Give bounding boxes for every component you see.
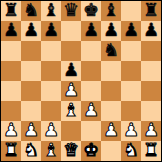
square-a7[interactable]: ♟ [1,21,21,41]
square-b1[interactable]: ♞ [21,141,41,161]
square-a3[interactable] [1,101,21,121]
square-e8[interactable]: ♚ [81,1,101,21]
square-e1[interactable]: ♚ [81,141,101,161]
square-h8[interactable]: ♜ [141,1,161,21]
piece-black-bishop[interactable]: ♝ [103,0,119,20]
piece-white-pawn[interactable]: ♟ [143,120,159,140]
piece-white-pawn[interactable]: ♟ [103,120,119,140]
square-d2[interactable] [61,121,81,141]
square-e3[interactable]: ♟ [81,101,101,121]
square-h1[interactable]: ♜ [141,141,161,161]
square-c1[interactable]: ♝ [41,141,61,161]
square-d1[interactable]: ♛ [61,141,81,161]
piece-black-queen[interactable]: ♛ [63,0,79,20]
piece-white-bishop[interactable]: ♝ [63,100,79,120]
square-c5[interactable] [41,61,61,81]
piece-white-rook[interactable]: ♜ [3,140,19,160]
piece-white-pawn[interactable]: ♟ [3,120,19,140]
square-b6[interactable] [21,41,41,61]
square-e2[interactable] [81,121,101,141]
piece-white-pawn[interactable]: ♟ [23,120,39,140]
square-d5[interactable]: ♟ [61,61,81,81]
square-c7[interactable]: ♟ [41,21,61,41]
square-c8[interactable]: ♝ [41,1,61,21]
square-a8[interactable]: ♜ [1,1,21,21]
square-f1[interactable] [101,141,121,161]
square-e5[interactable] [81,61,101,81]
piece-white-queen[interactable]: ♛ [63,140,79,160]
piece-black-pawn[interactable]: ♟ [103,20,119,40]
square-g6[interactable] [121,41,141,61]
square-a4[interactable] [1,81,21,101]
square-a2[interactable]: ♟ [1,121,21,141]
square-c2[interactable]: ♟ [41,121,61,141]
square-e7[interactable]: ♟ [81,21,101,41]
square-f4[interactable] [101,81,121,101]
square-f5[interactable] [101,61,121,81]
square-d4[interactable]: ♟ [61,81,81,101]
square-b3[interactable] [21,101,41,121]
square-b7[interactable]: ♟ [21,21,41,41]
piece-white-rook[interactable]: ♜ [143,140,159,160]
piece-white-pawn[interactable]: ♟ [63,80,79,100]
square-g8[interactable] [121,1,141,21]
square-f8[interactable]: ♝ [101,1,121,21]
piece-white-pawn[interactable]: ♟ [83,100,99,120]
square-h2[interactable]: ♟ [141,121,161,141]
chess-board-frame: ♜♞♝♛♚♝♜♟♟♟♟♟♟♟♞♟♟♝♟♟♟♟♟♟♟♜♞♝♛♚♞♜ [0,0,162,162]
square-b8[interactable]: ♞ [21,1,41,21]
square-d6[interactable] [61,41,81,61]
piece-black-pawn[interactable]: ♟ [43,20,59,40]
square-d8[interactable]: ♛ [61,1,81,21]
square-h7[interactable]: ♟ [141,21,161,41]
piece-black-pawn[interactable]: ♟ [23,20,39,40]
piece-white-pawn[interactable]: ♟ [123,120,139,140]
square-a1[interactable]: ♜ [1,141,21,161]
piece-black-king[interactable]: ♚ [83,0,99,20]
square-g5[interactable] [121,61,141,81]
piece-black-pawn[interactable]: ♟ [83,20,99,40]
piece-black-pawn[interactable]: ♟ [3,20,19,40]
square-h3[interactable] [141,101,161,121]
piece-white-king[interactable]: ♚ [83,140,99,160]
square-b4[interactable] [21,81,41,101]
piece-black-rook[interactable]: ♜ [143,0,159,20]
square-e6[interactable] [81,41,101,61]
square-e4[interactable] [81,81,101,101]
square-d7[interactable] [61,21,81,41]
piece-black-rook[interactable]: ♜ [3,0,19,20]
square-g2[interactable]: ♟ [121,121,141,141]
square-g7[interactable]: ♟ [121,21,141,41]
piece-white-pawn[interactable]: ♟ [43,120,59,140]
square-f2[interactable]: ♟ [101,121,121,141]
square-h6[interactable] [141,41,161,61]
square-f7[interactable]: ♟ [101,21,121,41]
square-f3[interactable] [101,101,121,121]
square-c3[interactable] [41,101,61,121]
square-c4[interactable] [41,81,61,101]
piece-black-knight[interactable]: ♞ [103,40,119,60]
square-h5[interactable] [141,61,161,81]
square-a5[interactable] [1,61,21,81]
square-b5[interactable] [21,61,41,81]
square-a6[interactable] [1,41,21,61]
piece-black-pawn[interactable]: ♟ [63,60,79,80]
square-g4[interactable] [121,81,141,101]
square-d3[interactable]: ♝ [61,101,81,121]
piece-black-pawn[interactable]: ♟ [143,20,159,40]
piece-white-knight[interactable]: ♞ [123,140,139,160]
square-c6[interactable] [41,41,61,61]
square-g1[interactable]: ♞ [121,141,141,161]
piece-white-bishop[interactable]: ♝ [43,140,59,160]
piece-black-knight[interactable]: ♞ [23,0,39,20]
chess-board: ♜♞♝♛♚♝♜♟♟♟♟♟♟♟♞♟♟♝♟♟♟♟♟♟♟♜♞♝♛♚♞♜ [1,1,161,161]
square-g3[interactable] [121,101,141,121]
piece-black-pawn[interactable]: ♟ [123,20,139,40]
square-b2[interactable]: ♟ [21,121,41,141]
piece-black-bishop[interactable]: ♝ [43,0,59,20]
square-h4[interactable] [141,81,161,101]
square-f6[interactable]: ♞ [101,41,121,61]
piece-white-knight[interactable]: ♞ [23,140,39,160]
